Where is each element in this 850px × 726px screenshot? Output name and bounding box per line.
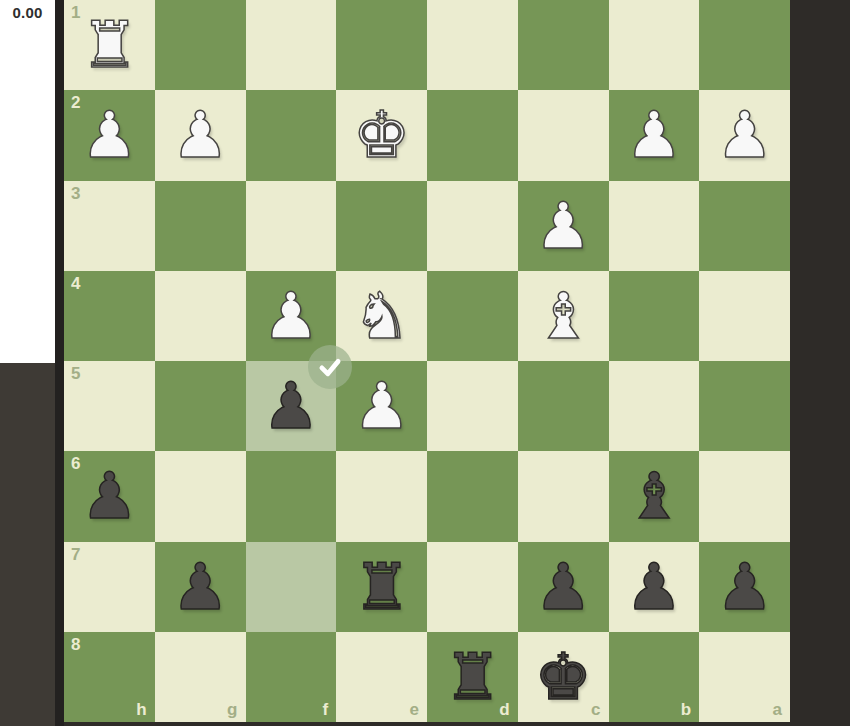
check-icon	[317, 354, 343, 380]
move-classification-badge	[308, 345, 352, 389]
square-d7[interactable]	[427, 542, 518, 632]
square-e8[interactable]: e	[336, 632, 427, 722]
piece-black-pawn[interactable]: ♟	[534, 555, 591, 619]
square-a1[interactable]	[699, 0, 790, 90]
rank-label-1: 1	[71, 4, 80, 21]
file-label-c: c	[591, 701, 600, 718]
square-d3[interactable]	[427, 181, 518, 271]
app-background: 0.00 1♜2♟♟♚♟♟3♟4♟♞♝5♟♟6♟♝7♟♜♟♟♟8hgfed♜c♚…	[0, 0, 850, 726]
evaluation-bar: 0.00	[0, 0, 55, 726]
square-c1[interactable]	[518, 0, 609, 90]
square-f6[interactable]	[246, 451, 337, 541]
square-e7[interactable]: ♜	[336, 542, 427, 632]
square-e2[interactable]: ♚	[336, 90, 427, 180]
piece-white-pawn[interactable]: ♟	[171, 103, 228, 167]
square-e1[interactable]	[336, 0, 427, 90]
square-g1[interactable]	[155, 0, 246, 90]
file-label-e: e	[410, 701, 419, 718]
square-g2[interactable]: ♟	[155, 90, 246, 180]
square-c6[interactable]	[518, 451, 609, 541]
square-g7[interactable]: ♟	[155, 542, 246, 632]
square-a6[interactable]	[699, 451, 790, 541]
square-b3[interactable]	[609, 181, 700, 271]
square-h8[interactable]: 8h	[64, 632, 155, 722]
square-e4[interactable]: ♞	[336, 271, 427, 361]
square-d8[interactable]: d♜	[427, 632, 518, 722]
square-c2[interactable]	[518, 90, 609, 180]
evaluation-bar-white-section: 0.00	[0, 0, 55, 363]
square-e3[interactable]	[336, 181, 427, 271]
square-h6[interactable]: 6♟	[64, 451, 155, 541]
rank-label-4: 4	[71, 275, 80, 292]
square-g8[interactable]: g	[155, 632, 246, 722]
evaluation-score: 0.00	[13, 4, 43, 21]
file-label-g: g	[227, 701, 237, 718]
file-label-h: h	[136, 701, 146, 718]
square-h4[interactable]: 4	[64, 271, 155, 361]
square-h2[interactable]: 2♟	[64, 90, 155, 180]
square-c8[interactable]: c♚	[518, 632, 609, 722]
square-f1[interactable]	[246, 0, 337, 90]
square-b6[interactable]: ♝	[609, 451, 700, 541]
piece-white-pawn[interactable]: ♟	[81, 103, 138, 167]
rank-label-7: 7	[71, 546, 80, 563]
rank-label-6: 6	[71, 455, 80, 472]
piece-black-pawn[interactable]: ♟	[262, 374, 319, 438]
piece-black-rook[interactable]: ♜	[444, 645, 501, 709]
piece-white-pawn[interactable]: ♟	[625, 103, 682, 167]
square-a7[interactable]: ♟	[699, 542, 790, 632]
square-g3[interactable]	[155, 181, 246, 271]
square-h1[interactable]: 1♜	[64, 0, 155, 90]
square-a8[interactable]: a	[699, 632, 790, 722]
square-a4[interactable]	[699, 271, 790, 361]
square-b8[interactable]: b	[609, 632, 700, 722]
piece-white-pawn[interactable]: ♟	[262, 284, 319, 348]
square-b2[interactable]: ♟	[609, 90, 700, 180]
square-b5[interactable]	[609, 361, 700, 451]
piece-white-bishop[interactable]: ♝	[534, 284, 591, 348]
square-h5[interactable]: 5	[64, 361, 155, 451]
square-g5[interactable]	[155, 361, 246, 451]
rank-label-5: 5	[71, 365, 80, 382]
square-g6[interactable]	[155, 451, 246, 541]
file-label-f: f	[323, 701, 329, 718]
piece-black-pawn[interactable]: ♟	[716, 555, 773, 619]
file-label-b: b	[681, 701, 691, 718]
square-f8[interactable]: f	[246, 632, 337, 722]
square-h3[interactable]: 3	[64, 181, 155, 271]
square-a2[interactable]: ♟	[699, 90, 790, 180]
square-d2[interactable]	[427, 90, 518, 180]
square-a5[interactable]	[699, 361, 790, 451]
chess-board: 1♜2♟♟♚♟♟3♟4♟♞♝5♟♟6♟♝7♟♜♟♟♟8hgfed♜c♚ba	[64, 0, 790, 722]
rank-label-8: 8	[71, 636, 80, 653]
square-d5[interactable]	[427, 361, 518, 451]
square-f7[interactable]	[246, 542, 337, 632]
square-f3[interactable]	[246, 181, 337, 271]
square-f2[interactable]	[246, 90, 337, 180]
piece-white-king[interactable]: ♚	[353, 103, 410, 167]
board-left-gutter	[55, 0, 64, 726]
rank-label-3: 3	[71, 185, 80, 202]
piece-white-pawn[interactable]: ♟	[534, 194, 591, 258]
square-d6[interactable]	[427, 451, 518, 541]
square-c5[interactable]	[518, 361, 609, 451]
square-d1[interactable]	[427, 0, 518, 90]
square-d4[interactable]	[427, 271, 518, 361]
piece-black-pawn[interactable]: ♟	[625, 555, 682, 619]
square-c7[interactable]: ♟	[518, 542, 609, 632]
piece-black-pawn[interactable]: ♟	[81, 464, 138, 528]
square-c4[interactable]: ♝	[518, 271, 609, 361]
square-b1[interactable]	[609, 0, 700, 90]
piece-white-knight[interactable]: ♞	[353, 284, 410, 348]
piece-white-pawn[interactable]: ♟	[353, 374, 410, 438]
square-a3[interactable]	[699, 181, 790, 271]
file-label-a: a	[773, 701, 782, 718]
square-h7[interactable]: 7	[64, 542, 155, 632]
square-b7[interactable]: ♟	[609, 542, 700, 632]
rank-label-2: 2	[71, 94, 80, 111]
square-e6[interactable]	[336, 451, 427, 541]
piece-black-bishop[interactable]: ♝	[625, 464, 682, 528]
piece-black-king[interactable]: ♚	[534, 645, 591, 709]
piece-white-rook[interactable]: ♜	[81, 13, 138, 77]
piece-black-rook[interactable]: ♜	[353, 555, 410, 619]
square-b4[interactable]	[609, 271, 700, 361]
file-label-d: d	[499, 701, 509, 718]
piece-white-pawn[interactable]: ♟	[716, 103, 773, 167]
piece-black-pawn[interactable]: ♟	[171, 555, 228, 619]
square-c3[interactable]: ♟	[518, 181, 609, 271]
square-g4[interactable]	[155, 271, 246, 361]
